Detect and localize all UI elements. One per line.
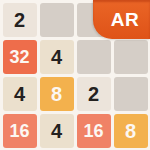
cell-r4c2: 4 xyxy=(40,114,74,148)
cell-r4c3: 16 xyxy=(77,114,111,148)
cell-r3c2: 8 xyxy=(40,77,74,111)
cell-r3c3: 2 xyxy=(77,77,111,111)
cell-r1c1: 2 xyxy=(3,3,37,37)
cell-r2c4 xyxy=(114,40,148,74)
cell-r2c1: 32 xyxy=(3,40,37,74)
cell-r3c4 xyxy=(114,77,148,111)
cell-r4c4: 8 xyxy=(114,114,148,148)
cell-r2c3 xyxy=(77,40,111,74)
ar-badge: AR xyxy=(93,0,150,39)
ar-badge-label: AR xyxy=(111,9,139,31)
cell-r2c2: 4 xyxy=(40,40,74,74)
cell-r3c1: 4 xyxy=(3,77,37,111)
cell-r4c1: 16 xyxy=(3,114,37,148)
cell-r1c2 xyxy=(40,3,74,37)
